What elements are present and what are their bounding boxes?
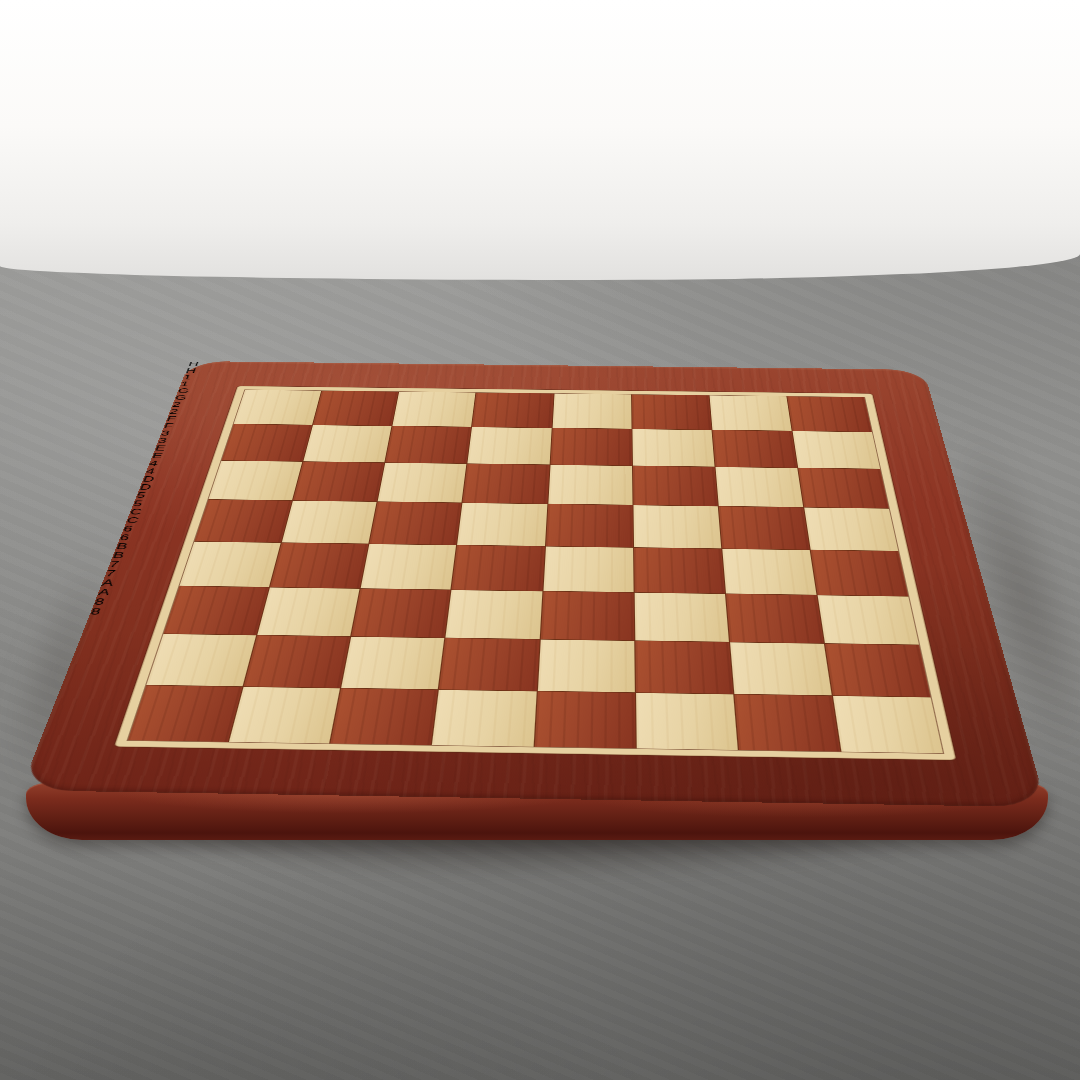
square-h2[interactable] (222, 424, 313, 461)
square-b5[interactable] (722, 549, 816, 595)
square-g8[interactable] (229, 687, 340, 744)
square-d6[interactable] (540, 591, 634, 640)
square-d1[interactable] (552, 394, 631, 429)
square-d8[interactable] (534, 691, 635, 748)
square-f7[interactable] (341, 637, 444, 690)
square-h1[interactable] (234, 390, 322, 425)
square-e8[interactable] (432, 690, 536, 747)
square-h4[interactable] (195, 500, 292, 542)
square-e5[interactable] (452, 545, 545, 591)
square-b2[interactable] (712, 430, 797, 468)
photo-stage: HH11GG22FF33EE44DD55CC66BB77AA88 (0, 0, 1080, 1080)
square-c2[interactable] (632, 429, 714, 467)
board-grid (128, 390, 943, 753)
square-h7[interactable] (146, 634, 256, 686)
square-b3[interactable] (715, 467, 803, 507)
square-b1[interactable] (709, 395, 791, 430)
square-c5[interactable] (634, 547, 725, 593)
square-c3[interactable] (633, 466, 718, 506)
square-e7[interactable] (439, 638, 539, 691)
square-g7[interactable] (244, 635, 351, 687)
square-a6[interactable] (817, 595, 918, 644)
square-g3[interactable] (293, 462, 384, 502)
square-c1[interactable] (632, 395, 712, 430)
square-a5[interactable] (811, 550, 909, 596)
chessboard: HH11GG22FF33EE44DD55CC66BB77AA88 (20, 361, 1046, 807)
square-f1[interactable] (393, 392, 476, 427)
square-b7[interactable] (730, 642, 832, 695)
square-d7[interactable] (537, 639, 634, 692)
square-g1[interactable] (313, 391, 398, 426)
square-c4[interactable] (633, 505, 721, 548)
square-h8[interactable] (128, 685, 243, 741)
square-e2[interactable] (468, 427, 552, 464)
square-e6[interactable] (446, 590, 542, 639)
square-b6[interactable] (726, 594, 824, 643)
square-c7[interactable] (635, 641, 733, 694)
square-f4[interactable] (370, 502, 462, 545)
square-d3[interactable] (548, 465, 632, 505)
board-perspective-scene: HH11GG22FF33EE44DD55CC66BB77AA88 (117, 118, 973, 974)
maple-inlay-strip (114, 386, 956, 760)
square-f3[interactable] (378, 463, 467, 503)
square-g6[interactable] (258, 587, 360, 636)
square-a8[interactable] (833, 696, 943, 753)
square-c8[interactable] (636, 693, 738, 750)
square-d5[interactable] (543, 546, 633, 592)
square-a4[interactable] (804, 508, 898, 551)
square-e4[interactable] (458, 503, 547, 546)
square-h3[interactable] (208, 461, 302, 501)
square-f8[interactable] (331, 688, 439, 745)
square-g5[interactable] (270, 543, 368, 588)
square-a3[interactable] (798, 468, 889, 508)
square-h5[interactable] (180, 541, 281, 586)
square-f5[interactable] (361, 544, 457, 590)
square-a2[interactable] (792, 431, 880, 469)
square-e1[interactable] (472, 393, 553, 428)
square-b8[interactable] (734, 694, 840, 751)
square-a1[interactable] (787, 396, 872, 431)
square-d2[interactable] (550, 428, 632, 465)
square-b4[interactable] (719, 507, 810, 550)
square-d4[interactable] (546, 504, 633, 547)
square-f6[interactable] (352, 589, 451, 638)
square-c6[interactable] (634, 592, 728, 641)
square-g4[interactable] (282, 501, 377, 543)
square-f2[interactable] (386, 426, 472, 463)
square-g2[interactable] (303, 425, 391, 462)
square-e3[interactable] (463, 464, 549, 504)
square-h6[interactable] (164, 586, 269, 635)
square-a7[interactable] (825, 644, 931, 697)
